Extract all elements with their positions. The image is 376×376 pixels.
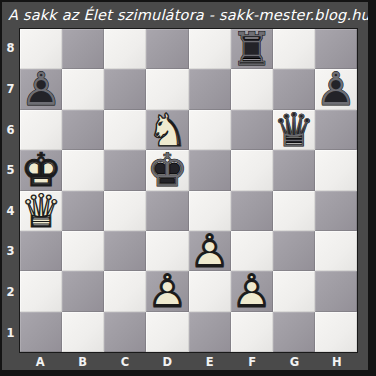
square-f3[interactable]: [231, 231, 273, 271]
square-h6[interactable]: [315, 110, 357, 150]
square-e5[interactable]: [189, 150, 231, 190]
square-g8[interactable]: [273, 29, 315, 69]
knight-glyph-fill: ♞: [146, 110, 188, 150]
square-h3[interactable]: [315, 231, 357, 271]
square-b6[interactable]: [62, 110, 104, 150]
square-a4[interactable]: ♛♕: [20, 191, 62, 231]
square-f2[interactable]: ♟♙: [231, 271, 273, 311]
square-h1[interactable]: [315, 312, 357, 352]
piece-black-king: ♚♔: [146, 150, 188, 190]
square-f7[interactable]: [231, 69, 273, 109]
king-glyph-fill: ♚: [20, 150, 62, 190]
pawn-glyph-outline: ♙: [20, 69, 62, 109]
pawn-glyph-fill: ♟: [189, 231, 231, 271]
title-bar: A sakk az Élet szimulátora - sakk-mester…: [8, 2, 368, 28]
king-glyph-fill: ♚: [146, 150, 188, 190]
rank-label-2: 2: [2, 272, 19, 313]
piece-black-queen: ♛♕: [273, 110, 315, 150]
square-b1[interactable]: [62, 312, 104, 352]
queen-glyph-outline: ♕: [20, 191, 62, 231]
square-e2[interactable]: [189, 271, 231, 311]
square-h8[interactable]: [315, 29, 357, 69]
square-e7[interactable]: [189, 69, 231, 109]
rank-label-8: 8: [2, 28, 19, 69]
square-e4[interactable]: [189, 191, 231, 231]
file-labels: ABCDEFGH: [19, 353, 358, 370]
file-label-f: F: [231, 353, 273, 370]
square-c8[interactable]: [104, 29, 146, 69]
square-f6[interactable]: [231, 110, 273, 150]
square-d2[interactable]: ♟♙: [146, 271, 188, 311]
queen-glyph-fill: ♛: [20, 191, 62, 231]
file-label-a: A: [19, 353, 61, 370]
rank-labels: 87654321: [2, 28, 19, 353]
pawn-glyph-outline: ♙: [231, 271, 273, 311]
rank-label-1: 1: [2, 312, 19, 353]
square-a5[interactable]: ♚♔: [20, 150, 62, 190]
piece-black-pawn: ♟♙: [20, 69, 62, 109]
file-label-g: G: [273, 353, 315, 370]
file-label-e: E: [189, 353, 231, 370]
square-c5[interactable]: [104, 150, 146, 190]
square-h4[interactable]: [315, 191, 357, 231]
square-e1[interactable]: [189, 312, 231, 352]
square-e8[interactable]: [189, 29, 231, 69]
square-a2[interactable]: [20, 271, 62, 311]
square-c4[interactable]: [104, 191, 146, 231]
square-h2[interactable]: [315, 271, 357, 311]
pawn-glyph-outline: ♙: [146, 271, 188, 311]
rank-label-4: 4: [2, 191, 19, 232]
square-h5[interactable]: [315, 150, 357, 190]
square-c6[interactable]: [104, 110, 146, 150]
file-label-h: H: [316, 353, 358, 370]
rook-glyph-outline: ♖: [231, 29, 273, 69]
square-a8[interactable]: [20, 29, 62, 69]
square-f4[interactable]: [231, 191, 273, 231]
square-c2[interactable]: [104, 271, 146, 311]
square-c7[interactable]: [104, 69, 146, 109]
square-a7[interactable]: ♟♙: [20, 69, 62, 109]
square-d1[interactable]: [146, 312, 188, 352]
square-e3[interactable]: ♟♙: [189, 231, 231, 271]
square-f1[interactable]: [231, 312, 273, 352]
diagram-frame: A sakk az Élet szimulátora - sakk-mester…: [2, 2, 368, 370]
square-g3[interactable]: [273, 231, 315, 271]
square-g2[interactable]: [273, 271, 315, 311]
square-g6[interactable]: ♛♕: [273, 110, 315, 150]
screenshot-root: A sakk az Élet szimulátora - sakk-mester…: [0, 0, 376, 376]
piece-black-pawn: ♟♙: [315, 69, 357, 109]
square-e6[interactable]: [189, 110, 231, 150]
square-d4[interactable]: [146, 191, 188, 231]
knight-glyph-outline: ♘: [146, 110, 188, 150]
square-d3[interactable]: [146, 231, 188, 271]
square-a6[interactable]: [20, 110, 62, 150]
square-d6[interactable]: ♞♘: [146, 110, 188, 150]
rank-label-6: 6: [2, 109, 19, 150]
rook-glyph-fill: ♜: [231, 29, 273, 69]
square-a1[interactable]: [20, 312, 62, 352]
file-label-c: C: [104, 353, 146, 370]
piece-white-queen: ♛♕: [20, 191, 62, 231]
king-glyph-outline: ♔: [20, 150, 62, 190]
square-c3[interactable]: [104, 231, 146, 271]
square-h7[interactable]: ♟♙: [315, 69, 357, 109]
square-b7[interactable]: [62, 69, 104, 109]
square-b8[interactable]: [62, 29, 104, 69]
piece-white-knight: ♞♘: [146, 110, 188, 150]
square-d5[interactable]: ♚♔: [146, 150, 188, 190]
pawn-glyph-fill: ♟: [146, 271, 188, 311]
pawn-glyph-outline: ♙: [315, 69, 357, 109]
chess-board: ♜♖♟♙♟♙♞♘♛♕♚♔♚♔♛♕♟♙♟♙♟♙: [19, 28, 358, 353]
square-b2[interactable]: [62, 271, 104, 311]
pawn-glyph-outline: ♙: [189, 231, 231, 271]
square-g7[interactable]: [273, 69, 315, 109]
square-b5[interactable]: [62, 150, 104, 190]
pawn-glyph-fill: ♟: [20, 69, 62, 109]
square-a3[interactable]: [20, 231, 62, 271]
square-c1[interactable]: [104, 312, 146, 352]
queen-glyph-outline: ♕: [273, 110, 315, 150]
square-b3[interactable]: [62, 231, 104, 271]
king-glyph-outline: ♔: [146, 150, 188, 190]
piece-white-king: ♚♔: [20, 150, 62, 190]
piece-white-pawn: ♟♙: [231, 271, 273, 311]
square-g1[interactable]: [273, 312, 315, 352]
square-g5[interactable]: [273, 150, 315, 190]
square-b4[interactable]: [62, 191, 104, 231]
piece-white-pawn: ♟♙: [189, 231, 231, 271]
square-f5[interactable]: [231, 150, 273, 190]
pawn-glyph-fill: ♟: [231, 271, 273, 311]
square-d7[interactable]: [146, 69, 188, 109]
rank-label-5: 5: [2, 150, 19, 191]
page-title: A sakk az Élet szimulátora - sakk-mester…: [8, 7, 368, 23]
piece-white-pawn: ♟♙: [146, 271, 188, 311]
square-d8[interactable]: [146, 29, 188, 69]
rank-label-7: 7: [2, 69, 19, 110]
file-label-b: B: [61, 353, 103, 370]
rank-label-3: 3: [2, 231, 19, 272]
square-f8[interactable]: ♜♖: [231, 29, 273, 69]
square-g4[interactable]: [273, 191, 315, 231]
pawn-glyph-fill: ♟: [315, 69, 357, 109]
queen-glyph-fill: ♛: [273, 110, 315, 150]
piece-black-rook: ♜♖: [231, 29, 273, 69]
file-label-d: D: [146, 353, 188, 370]
